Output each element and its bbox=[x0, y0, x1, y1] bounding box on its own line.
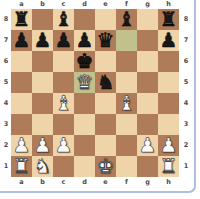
black-pawn[interactable]: ♟ bbox=[34, 30, 52, 51]
file-labels-bottom: abcdefgh bbox=[11, 178, 179, 187]
square-c7[interactable]: ♟ bbox=[53, 30, 74, 51]
square-b7[interactable]: ♟ bbox=[32, 30, 53, 51]
square-a8[interactable]: ♜ bbox=[11, 9, 32, 30]
white-pawn[interactable]: ♟ bbox=[34, 135, 52, 156]
square-b8[interactable] bbox=[32, 9, 53, 30]
square-g6[interactable] bbox=[137, 51, 158, 72]
square-b4[interactable] bbox=[32, 93, 53, 114]
rank-label-right-6: 6 bbox=[181, 51, 191, 72]
white-knight[interactable]: ♞ bbox=[34, 156, 52, 177]
square-a6[interactable] bbox=[11, 51, 32, 72]
file-label-bottom-g: g bbox=[137, 178, 158, 187]
square-f7[interactable] bbox=[116, 30, 137, 51]
rank-label-right-5: 5 bbox=[181, 72, 191, 93]
rank-label-left-1: 1 bbox=[1, 156, 11, 177]
square-g7[interactable] bbox=[137, 30, 158, 51]
file-label-bottom-b: b bbox=[32, 178, 53, 187]
black-pawn[interactable]: ♟ bbox=[55, 30, 73, 51]
rank-label-right-2: 2 bbox=[181, 135, 191, 156]
file-label-top-e: e bbox=[95, 0, 116, 9]
square-e3[interactable] bbox=[95, 114, 116, 135]
square-h6[interactable] bbox=[158, 51, 179, 72]
black-rook[interactable]: ♜ bbox=[13, 9, 31, 30]
square-b3[interactable] bbox=[32, 114, 53, 135]
rank-label-left-3: 3 bbox=[1, 114, 11, 135]
square-d1[interactable] bbox=[74, 156, 95, 177]
file-labels-top: abcdefgh bbox=[11, 0, 179, 9]
square-b6[interactable] bbox=[32, 51, 53, 72]
square-c4[interactable]: ♝ bbox=[53, 93, 74, 114]
square-g4[interactable] bbox=[137, 93, 158, 114]
black-queen[interactable]: ♛ bbox=[97, 30, 115, 51]
white-pawn[interactable]: ♟ bbox=[13, 135, 31, 156]
chess-board[interactable]: ♜♝♝♜♟♟♟♟♛♟♚♛♞♝♝♟♟♟♟♟♜♞♚♜ bbox=[11, 9, 179, 177]
black-pawn[interactable]: ♟ bbox=[76, 30, 94, 51]
square-f1[interactable] bbox=[116, 156, 137, 177]
square-b1[interactable]: ♞ bbox=[32, 156, 53, 177]
square-d6[interactable]: ♚ bbox=[74, 51, 95, 72]
square-d4[interactable] bbox=[74, 93, 95, 114]
square-e5[interactable]: ♞ bbox=[95, 72, 116, 93]
file-label-top-b: b bbox=[32, 0, 53, 9]
square-a4[interactable] bbox=[11, 93, 32, 114]
square-h2[interactable]: ♟ bbox=[158, 135, 179, 156]
file-label-bottom-c: c bbox=[53, 178, 74, 187]
square-f6[interactable] bbox=[116, 51, 137, 72]
square-f4[interactable]: ♝ bbox=[116, 93, 137, 114]
black-king[interactable]: ♚ bbox=[76, 51, 94, 72]
white-rook[interactable]: ♜ bbox=[160, 156, 178, 177]
square-a5[interactable] bbox=[11, 72, 32, 93]
square-f3[interactable] bbox=[116, 114, 137, 135]
square-e4[interactable] bbox=[95, 93, 116, 114]
square-a2[interactable]: ♟ bbox=[11, 135, 32, 156]
square-f8[interactable]: ♝ bbox=[116, 9, 137, 30]
rank-label-right-7: 7 bbox=[181, 30, 191, 51]
square-f2[interactable] bbox=[116, 135, 137, 156]
square-d3[interactable] bbox=[74, 114, 95, 135]
square-d5[interactable]: ♛ bbox=[74, 72, 95, 93]
square-a3[interactable] bbox=[11, 114, 32, 135]
square-d7[interactable]: ♟ bbox=[74, 30, 95, 51]
rank-label-right-4: 4 bbox=[181, 93, 191, 114]
rank-labels-right: 87654321 bbox=[181, 9, 191, 177]
white-queen[interactable]: ♛ bbox=[76, 72, 94, 93]
square-e6[interactable] bbox=[95, 51, 116, 72]
black-knight[interactable]: ♞ bbox=[97, 72, 115, 93]
white-king[interactable]: ♚ bbox=[97, 156, 115, 177]
square-e8[interactable] bbox=[95, 9, 116, 30]
white-pawn[interactable]: ♟ bbox=[160, 135, 178, 156]
square-c1[interactable] bbox=[53, 156, 74, 177]
file-label-bottom-f: f bbox=[116, 178, 137, 187]
square-e1[interactable]: ♚ bbox=[95, 156, 116, 177]
black-bishop[interactable]: ♝ bbox=[55, 9, 73, 30]
file-label-bottom-h: h bbox=[158, 178, 179, 187]
square-d8[interactable] bbox=[74, 9, 95, 30]
square-g8[interactable] bbox=[137, 9, 158, 30]
square-a7[interactable]: ♟ bbox=[11, 30, 32, 51]
square-c3[interactable] bbox=[53, 114, 74, 135]
file-label-bottom-a: a bbox=[11, 178, 32, 187]
square-b2[interactable]: ♟ bbox=[32, 135, 53, 156]
rank-label-left-6: 6 bbox=[1, 51, 11, 72]
black-pawn[interactable]: ♟ bbox=[13, 30, 31, 51]
square-e7[interactable]: ♛ bbox=[95, 30, 116, 51]
square-g5[interactable] bbox=[137, 72, 158, 93]
rank-labels-left: 87654321 bbox=[1, 9, 11, 177]
square-h8[interactable]: ♜ bbox=[158, 9, 179, 30]
square-g1[interactable] bbox=[137, 156, 158, 177]
square-c2[interactable]: ♟ bbox=[53, 135, 74, 156]
white-bishop[interactable]: ♝ bbox=[55, 93, 73, 114]
black-rook[interactable]: ♜ bbox=[160, 9, 178, 30]
rank-label-left-4: 4 bbox=[1, 93, 11, 114]
square-g3[interactable] bbox=[137, 114, 158, 135]
square-g2[interactable]: ♟ bbox=[137, 135, 158, 156]
white-bishop[interactable]: ♝ bbox=[118, 93, 136, 114]
square-f5[interactable] bbox=[116, 72, 137, 93]
file-label-top-d: d bbox=[74, 0, 95, 9]
black-bishop[interactable]: ♝ bbox=[118, 9, 136, 30]
square-d2[interactable] bbox=[74, 135, 95, 156]
file-label-bottom-e: e bbox=[95, 178, 116, 187]
square-h5[interactable] bbox=[158, 72, 179, 93]
white-pawn[interactable]: ♟ bbox=[55, 135, 73, 156]
black-pawn[interactable]: ♟ bbox=[160, 30, 178, 51]
white-pawn[interactable]: ♟ bbox=[139, 135, 157, 156]
white-rook[interactable]: ♜ bbox=[13, 156, 31, 177]
rank-label-right-3: 3 bbox=[181, 114, 191, 135]
square-a1[interactable]: ♜ bbox=[11, 156, 32, 177]
file-label-bottom-d: d bbox=[74, 178, 95, 187]
square-h1[interactable]: ♜ bbox=[158, 156, 179, 177]
rank-label-left-8: 8 bbox=[1, 9, 11, 30]
rank-label-left-5: 5 bbox=[1, 72, 11, 93]
square-h4[interactable] bbox=[158, 93, 179, 114]
rank-label-left-7: 7 bbox=[1, 30, 11, 51]
square-c8[interactable]: ♝ bbox=[53, 9, 74, 30]
square-h3[interactable] bbox=[158, 114, 179, 135]
square-e2[interactable] bbox=[95, 135, 116, 156]
rank-label-right-1: 1 bbox=[181, 156, 191, 177]
rank-label-left-2: 2 bbox=[1, 135, 11, 156]
square-h7[interactable]: ♟ bbox=[158, 30, 179, 51]
chess-widget: abcdefgh 87654321 ♜♝♝♜♟♟♟♟♛♟♚♛♞♝♝♟♟♟♟♟♜♞… bbox=[0, 0, 200, 199]
rank-label-right-8: 8 bbox=[181, 9, 191, 30]
square-c6[interactable] bbox=[53, 51, 74, 72]
square-b5[interactable] bbox=[32, 72, 53, 93]
file-label-top-g: g bbox=[137, 0, 158, 9]
square-c5[interactable] bbox=[53, 72, 74, 93]
